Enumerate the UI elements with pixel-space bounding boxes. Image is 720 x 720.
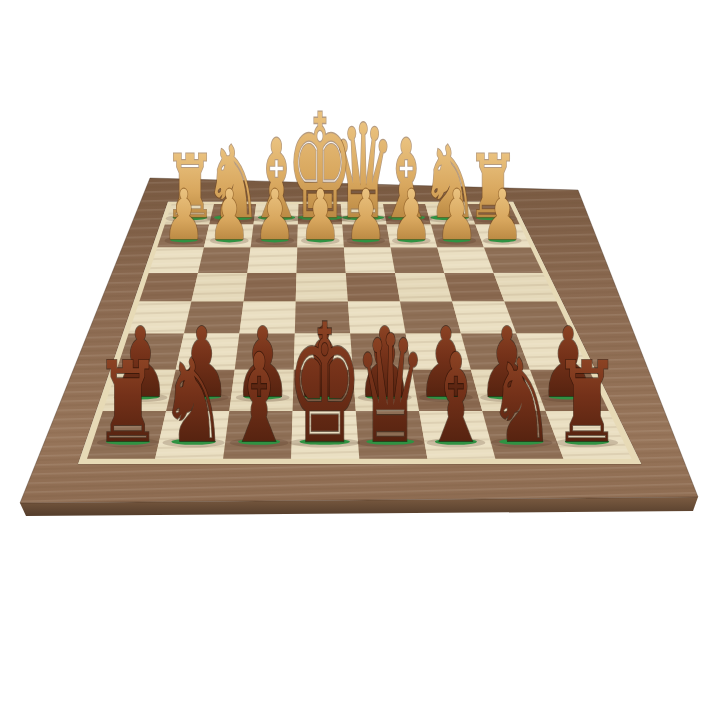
piece-black-bishop: ♝ — [425, 327, 488, 471]
piece-white-pawn: ♟ — [391, 176, 432, 256]
piece-white-pawn: ♟ — [163, 176, 204, 256]
piece-black-bishop: ♝ — [228, 327, 291, 471]
chess-set-product-photo: ♜♞♝♛♚♝♞♜♟♟♟♟♟♟♟♟♟♟♟♟♟♟♟♟♜♞♝♛♚♝♞♜ — [0, 0, 720, 720]
piece-white-pawn: ♟ — [345, 176, 386, 256]
piece-black-knight: ♞ — [488, 334, 554, 468]
piece-black-queen: ♛ — [354, 304, 426, 476]
chess-board: ♜♞♝♛♚♝♞♜♟♟♟♟♟♟♟♟♟♟♟♟♟♟♟♟♜♞♝♛♚♝♞♜ — [0, 0, 720, 720]
piece-white-pawn: ♟ — [436, 176, 477, 256]
piece-white-pawn: ♟ — [209, 176, 250, 256]
piece-white-pawn: ♟ — [482, 176, 523, 256]
piece-black-rook: ♜ — [95, 338, 161, 467]
piece-black-knight: ♞ — [160, 334, 226, 468]
piece-black-rook: ♜ — [554, 338, 620, 467]
piece-white-pawn: ♟ — [254, 176, 295, 256]
piece-white-pawn: ♟ — [300, 176, 341, 256]
piece-black-king: ♚ — [287, 289, 362, 480]
